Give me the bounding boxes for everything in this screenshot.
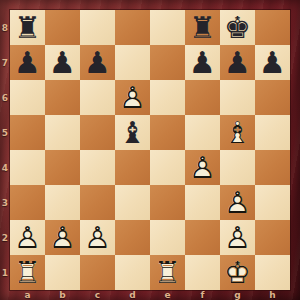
square-a6[interactable] (10, 80, 45, 115)
piece-white-rook[interactable]: ♜♖ (10, 255, 45, 290)
square-h5[interactable] (255, 115, 290, 150)
square-c1[interactable] (80, 255, 115, 290)
square-d2[interactable] (115, 220, 150, 255)
square-c2[interactable]: ♟♙ (80, 220, 115, 255)
piece-black-pawn[interactable]: ♟ (10, 45, 45, 80)
square-e4[interactable] (150, 150, 185, 185)
square-b7[interactable]: ♟ (45, 45, 80, 80)
rank-label-1: 1 (0, 255, 10, 290)
square-f3[interactable] (185, 185, 220, 220)
square-e7[interactable] (150, 45, 185, 80)
square-d4[interactable] (115, 150, 150, 185)
square-a2[interactable]: ♟♙ (10, 220, 45, 255)
square-h6[interactable] (255, 80, 290, 115)
piece-black-rook[interactable]: ♜ (10, 10, 45, 45)
rank-label-7: 7 (0, 45, 10, 80)
file-label-h: h (255, 289, 290, 300)
piece-white-king[interactable]: ♚♔ (220, 255, 255, 290)
square-d8[interactable] (115, 10, 150, 45)
square-g4[interactable] (220, 150, 255, 185)
square-d3[interactable] (115, 185, 150, 220)
square-c8[interactable] (80, 10, 115, 45)
square-e3[interactable] (150, 185, 185, 220)
square-a4[interactable] (10, 150, 45, 185)
square-b2[interactable]: ♟♙ (45, 220, 80, 255)
square-e1[interactable]: ♜♖ (150, 255, 185, 290)
square-h4[interactable] (255, 150, 290, 185)
square-h1[interactable] (255, 255, 290, 290)
square-c7[interactable]: ♟ (80, 45, 115, 80)
piece-black-pawn[interactable]: ♟ (220, 45, 255, 80)
piece-white-pawn[interactable]: ♟♙ (115, 80, 150, 115)
rank-label-2: 2 (0, 220, 10, 255)
piece-white-pawn[interactable]: ♟♙ (10, 220, 45, 255)
piece-white-bishop[interactable]: ♝♗ (220, 115, 255, 150)
square-a8[interactable]: ♜ (10, 10, 45, 45)
file-label-d: d (115, 289, 150, 300)
square-f4[interactable]: ♟♙ (185, 150, 220, 185)
square-b3[interactable] (45, 185, 80, 220)
square-g1[interactable]: ♚♔ (220, 255, 255, 290)
file-label-e: e (150, 289, 185, 300)
square-b6[interactable] (45, 80, 80, 115)
rank-label-6: 6 (0, 80, 10, 115)
square-a1[interactable]: ♜♖ (10, 255, 45, 290)
square-d5[interactable]: ♝ (115, 115, 150, 150)
piece-black-pawn[interactable]: ♟ (45, 45, 80, 80)
square-d1[interactable] (115, 255, 150, 290)
rank-label-3: 3 (0, 185, 10, 220)
square-e5[interactable] (150, 115, 185, 150)
square-a7[interactable]: ♟ (10, 45, 45, 80)
square-f7[interactable]: ♟ (185, 45, 220, 80)
square-f6[interactable] (185, 80, 220, 115)
square-b5[interactable] (45, 115, 80, 150)
piece-white-rook[interactable]: ♜♖ (150, 255, 185, 290)
piece-black-rook[interactable]: ♜ (185, 10, 220, 45)
square-h2[interactable] (255, 220, 290, 255)
rank-label-4: 4 (0, 150, 10, 185)
square-e6[interactable] (150, 80, 185, 115)
square-g2[interactable]: ♟♙ (220, 220, 255, 255)
piece-black-king[interactable]: ♚ (220, 10, 255, 45)
file-label-a: a (10, 289, 45, 300)
square-g5[interactable]: ♝♗ (220, 115, 255, 150)
square-f2[interactable] (185, 220, 220, 255)
square-b1[interactable] (45, 255, 80, 290)
square-e2[interactable] (150, 220, 185, 255)
file-label-f: f (185, 289, 220, 300)
piece-black-pawn[interactable]: ♟ (185, 45, 220, 80)
square-h7[interactable]: ♟ (255, 45, 290, 80)
square-h3[interactable] (255, 185, 290, 220)
piece-white-pawn[interactable]: ♟♙ (45, 220, 80, 255)
square-g8[interactable]: ♚ (220, 10, 255, 45)
piece-black-bishop[interactable]: ♝ (115, 115, 150, 150)
square-f5[interactable] (185, 115, 220, 150)
piece-white-pawn[interactable]: ♟♙ (220, 220, 255, 255)
square-d6[interactable]: ♟♙ (115, 80, 150, 115)
file-label-c: c (80, 289, 115, 300)
square-d7[interactable] (115, 45, 150, 80)
piece-white-pawn[interactable]: ♟♙ (80, 220, 115, 255)
square-g6[interactable] (220, 80, 255, 115)
board-frame: ♜♜♚♟♟♟♟♟♟♟♙♝♝♗♟♙♟♙♟♙♟♙♟♙♟♙♜♖♜♖♚♔ 8765432… (0, 0, 300, 300)
file-label-g: g (220, 289, 255, 300)
square-e8[interactable] (150, 10, 185, 45)
square-b8[interactable] (45, 10, 80, 45)
square-c6[interactable] (80, 80, 115, 115)
square-f8[interactable]: ♜ (185, 10, 220, 45)
square-c4[interactable] (80, 150, 115, 185)
square-f1[interactable] (185, 255, 220, 290)
square-a3[interactable] (10, 185, 45, 220)
rank-label-5: 5 (0, 115, 10, 150)
rank-label-8: 8 (0, 10, 10, 45)
square-c5[interactable] (80, 115, 115, 150)
square-g7[interactable]: ♟ (220, 45, 255, 80)
square-a5[interactable] (10, 115, 45, 150)
square-g3[interactable]: ♟♙ (220, 185, 255, 220)
chess-board: ♜♜♚♟♟♟♟♟♟♟♙♝♝♗♟♙♟♙♟♙♟♙♟♙♟♙♜♖♜♖♚♔ (10, 10, 290, 290)
piece-white-pawn[interactable]: ♟♙ (185, 150, 220, 185)
piece-black-pawn[interactable]: ♟ (80, 45, 115, 80)
piece-white-pawn[interactable]: ♟♙ (220, 185, 255, 220)
piece-black-pawn[interactable]: ♟ (255, 45, 290, 80)
square-h8[interactable] (255, 10, 290, 45)
square-c3[interactable] (80, 185, 115, 220)
square-b4[interactable] (45, 150, 80, 185)
file-label-b: b (45, 289, 80, 300)
